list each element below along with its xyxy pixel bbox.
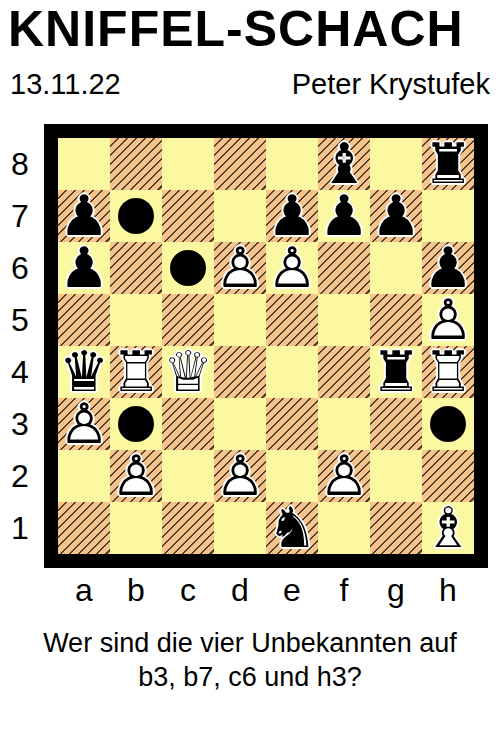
rank-label-3: 3 bbox=[0, 398, 40, 450]
square-d8 bbox=[214, 138, 266, 190]
puzzle-question-line2: b3, b7, c6 und h3? bbox=[0, 660, 500, 694]
puzzle-question-line1: Wer sind die vier Unbekannten auf bbox=[0, 626, 500, 660]
white-piece-outline: ♖ bbox=[422, 346, 474, 398]
rank-label-8: 8 bbox=[0, 138, 40, 190]
black-piece-p: ♟ bbox=[319, 190, 369, 242]
white-piece-P: ♟♙ bbox=[214, 450, 266, 502]
chess-board-frame: ♝♜♟♟♟♟♟♟♙♟♙♟♟♙♛♜♖♛♕♜♜♖♟♙♟♙♟♙♟♙♞♝♗ bbox=[44, 124, 488, 568]
file-label-g: g bbox=[370, 572, 422, 609]
white-piece-outline: ♙ bbox=[214, 450, 266, 502]
rank-labels: 87654321 bbox=[0, 138, 40, 554]
square-b1 bbox=[110, 502, 162, 554]
white-piece-outline: ♙ bbox=[318, 450, 370, 502]
file-labels: abcdefgh bbox=[58, 572, 474, 609]
unknown-piece-marker bbox=[170, 250, 206, 286]
square-g2 bbox=[370, 450, 422, 502]
square-c2 bbox=[162, 450, 214, 502]
square-d6: ♟♙ bbox=[214, 242, 266, 294]
square-b7 bbox=[110, 190, 162, 242]
square-e3 bbox=[266, 398, 318, 450]
white-piece-B: ♝♗ bbox=[422, 502, 474, 554]
author-name: Peter Krystufek bbox=[292, 68, 490, 101]
rank-label-6: 6 bbox=[0, 242, 40, 294]
white-piece-R: ♜♖ bbox=[110, 346, 162, 398]
square-e4 bbox=[266, 346, 318, 398]
square-a1 bbox=[58, 502, 110, 554]
unknown-piece-marker bbox=[118, 198, 154, 234]
square-b2: ♟♙ bbox=[110, 450, 162, 502]
white-piece-P: ♟♙ bbox=[266, 242, 318, 294]
rank-label-7: 7 bbox=[0, 190, 40, 242]
rank-label-2: 2 bbox=[0, 450, 40, 502]
square-b4: ♜♖ bbox=[110, 346, 162, 398]
black-piece-r: ♜ bbox=[371, 346, 421, 398]
white-piece-R: ♜♖ bbox=[422, 346, 474, 398]
white-piece-P: ♟♙ bbox=[110, 450, 162, 502]
unknown-piece-marker bbox=[430, 406, 466, 442]
puzzle-date: 13.11.22 bbox=[10, 68, 121, 101]
file-label-c: c bbox=[162, 572, 214, 609]
white-piece-outline: ♗ bbox=[422, 502, 474, 554]
rank-label-5: 5 bbox=[0, 294, 40, 346]
chess-board: ♝♜♟♟♟♟♟♟♙♟♙♟♟♙♛♜♖♛♕♜♜♖♟♙♟♙♟♙♟♙♞♝♗ bbox=[58, 138, 474, 554]
square-f7: ♟ bbox=[318, 190, 370, 242]
rank-label-4: 4 bbox=[0, 346, 40, 398]
square-e1: ♞ bbox=[266, 502, 318, 554]
square-d1 bbox=[214, 502, 266, 554]
white-piece-P: ♟♙ bbox=[318, 450, 370, 502]
file-label-b: b bbox=[110, 572, 162, 609]
white-piece-outline: ♙ bbox=[110, 450, 162, 502]
square-a2 bbox=[58, 450, 110, 502]
square-f4 bbox=[318, 346, 370, 398]
white-piece-P: ♟♙ bbox=[214, 242, 266, 294]
white-piece-P: ♟♙ bbox=[58, 398, 110, 450]
square-a3: ♟♙ bbox=[58, 398, 110, 450]
white-piece-outline: ♙ bbox=[58, 398, 110, 450]
square-c1 bbox=[162, 502, 214, 554]
square-e5 bbox=[266, 294, 318, 346]
file-label-h: h bbox=[422, 572, 474, 609]
square-g7: ♟ bbox=[370, 190, 422, 242]
square-g4: ♜ bbox=[370, 346, 422, 398]
square-h3 bbox=[422, 398, 474, 450]
file-label-d: d bbox=[214, 572, 266, 609]
square-c7 bbox=[162, 190, 214, 242]
square-b6 bbox=[110, 242, 162, 294]
rank-label-1: 1 bbox=[0, 502, 40, 554]
page-title: KNIFFEL-SCHACH bbox=[8, 0, 496, 58]
byline: 13.11.22 Peter Krystufek bbox=[10, 68, 490, 101]
black-piece-p: ♟ bbox=[371, 190, 421, 242]
black-piece-n: ♞ bbox=[267, 502, 317, 554]
square-d2: ♟♙ bbox=[214, 450, 266, 502]
white-piece-outline: ♖ bbox=[110, 346, 162, 398]
square-d5 bbox=[214, 294, 266, 346]
square-c6 bbox=[162, 242, 214, 294]
file-label-a: a bbox=[58, 572, 110, 609]
square-c8 bbox=[162, 138, 214, 190]
square-g1 bbox=[370, 502, 422, 554]
square-c4: ♛♕ bbox=[162, 346, 214, 398]
square-f5 bbox=[318, 294, 370, 346]
square-f2: ♟♙ bbox=[318, 450, 370, 502]
square-b8 bbox=[110, 138, 162, 190]
white-piece-outline: ♙ bbox=[214, 242, 266, 294]
square-c3 bbox=[162, 398, 214, 450]
square-h1: ♝♗ bbox=[422, 502, 474, 554]
square-h8: ♜ bbox=[422, 138, 474, 190]
black-piece-r: ♜ bbox=[423, 138, 473, 190]
square-f6 bbox=[318, 242, 370, 294]
square-d4 bbox=[214, 346, 266, 398]
white-piece-outline: ♕ bbox=[162, 346, 214, 398]
square-h4: ♜♖ bbox=[422, 346, 474, 398]
black-piece-p: ♟ bbox=[59, 242, 109, 294]
white-piece-Q: ♛♕ bbox=[162, 346, 214, 398]
square-g3 bbox=[370, 398, 422, 450]
square-a6: ♟ bbox=[58, 242, 110, 294]
white-piece-outline: ♙ bbox=[266, 242, 318, 294]
square-e6: ♟♙ bbox=[266, 242, 318, 294]
puzzle-question: Wer sind die vier Unbekannten auf b3, b7… bbox=[0, 626, 500, 694]
square-g6 bbox=[370, 242, 422, 294]
unknown-piece-marker bbox=[118, 406, 154, 442]
file-label-f: f bbox=[318, 572, 370, 609]
square-f1 bbox=[318, 502, 370, 554]
file-label-e: e bbox=[266, 572, 318, 609]
